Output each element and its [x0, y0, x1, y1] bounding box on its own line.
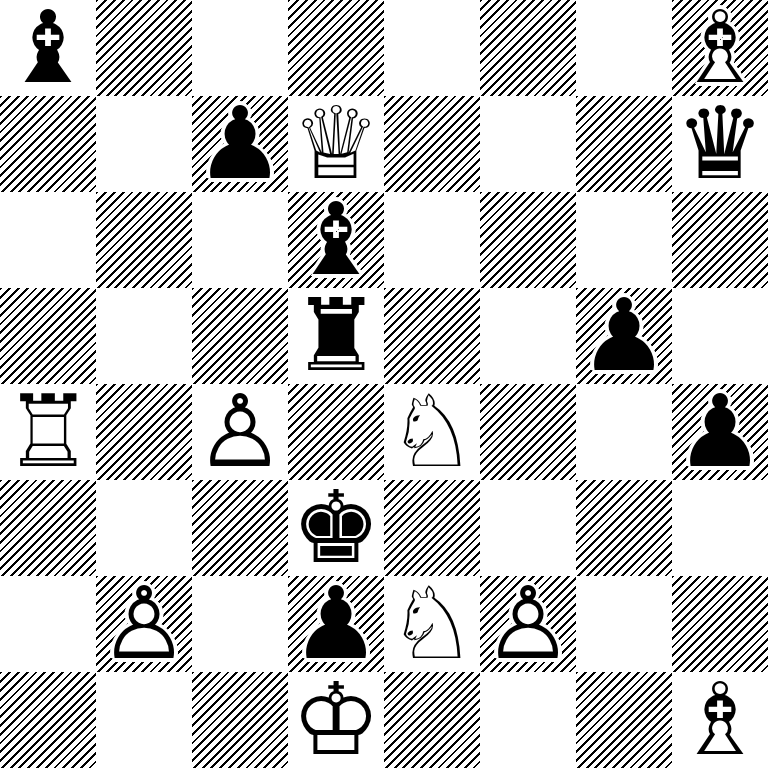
black-pawn-halo: ♟	[576, 288, 672, 384]
square-f6[interactable]	[480, 192, 576, 288]
square-d8[interactable]	[288, 0, 384, 96]
square-d2[interactable]: ♟♟	[288, 576, 384, 672]
black-bishop-halo: ♝	[0, 0, 96, 96]
chess-board: ♝♝♝♗♟♟♛♕♛♛♝♝♜♜♟♟♜♖♟♙♞♘♟♟♚♚♟♙♟♟♞♘♟♙♚♔♝♗	[0, 0, 768, 768]
square-c6[interactable]	[192, 192, 288, 288]
square-g4[interactable]	[576, 384, 672, 480]
square-b2[interactable]: ♟♙	[96, 576, 192, 672]
white-knight-piece: ♘	[384, 384, 480, 480]
black-bishop-piece: ♝	[288, 192, 384, 288]
square-e8[interactable]	[384, 0, 480, 96]
square-g8[interactable]	[576, 0, 672, 96]
square-a5[interactable]	[0, 288, 96, 384]
square-f2[interactable]: ♟♙	[480, 576, 576, 672]
square-d1[interactable]: ♚♔	[288, 672, 384, 768]
black-bishop-piece: ♝	[0, 0, 96, 96]
white-knight-piece: ♘	[384, 576, 480, 672]
square-g2[interactable]	[576, 576, 672, 672]
black-queen-piece: ♛	[672, 96, 768, 192]
white-pawn-piece: ♙	[96, 576, 192, 672]
square-a8[interactable]: ♝♝	[0, 0, 96, 96]
square-b5[interactable]	[96, 288, 192, 384]
square-a2[interactable]	[0, 576, 96, 672]
square-h3[interactable]	[672, 480, 768, 576]
black-pawn-piece: ♟	[288, 576, 384, 672]
square-a1[interactable]	[0, 672, 96, 768]
black-queen-halo: ♛	[672, 96, 768, 192]
black-pawn-piece: ♟	[192, 96, 288, 192]
square-e6[interactable]	[384, 192, 480, 288]
square-d7[interactable]: ♛♕	[288, 96, 384, 192]
black-king-piece: ♚	[288, 480, 384, 576]
square-c2[interactable]	[192, 576, 288, 672]
square-f3[interactable]	[480, 480, 576, 576]
square-h6[interactable]	[672, 192, 768, 288]
white-bishop-halo: ♝	[672, 0, 768, 96]
white-rook-halo: ♜	[0, 384, 96, 480]
square-c7[interactable]: ♟♟	[192, 96, 288, 192]
square-a3[interactable]	[0, 480, 96, 576]
square-g1[interactable]	[576, 672, 672, 768]
black-pawn-halo: ♟	[672, 384, 768, 480]
square-b1[interactable]	[96, 672, 192, 768]
white-king-halo: ♚	[288, 672, 384, 768]
square-g7[interactable]	[576, 96, 672, 192]
square-c1[interactable]	[192, 672, 288, 768]
black-pawn-piece: ♟	[672, 384, 768, 480]
square-b6[interactable]	[96, 192, 192, 288]
square-e1[interactable]	[384, 672, 480, 768]
square-b8[interactable]	[96, 0, 192, 96]
black-pawn-halo: ♟	[192, 96, 288, 192]
square-h1[interactable]: ♝♗	[672, 672, 768, 768]
square-f4[interactable]	[480, 384, 576, 480]
black-king-halo: ♚	[288, 480, 384, 576]
square-e7[interactable]	[384, 96, 480, 192]
square-b7[interactable]	[96, 96, 192, 192]
white-queen-halo: ♛	[288, 96, 384, 192]
black-bishop-halo: ♝	[288, 192, 384, 288]
square-f8[interactable]	[480, 0, 576, 96]
white-pawn-halo: ♟	[96, 576, 192, 672]
white-bishop-halo: ♝	[672, 672, 768, 768]
black-rook-piece: ♜	[288, 288, 384, 384]
white-pawn-halo: ♟	[192, 384, 288, 480]
white-bishop-piece: ♗	[672, 0, 768, 96]
square-d3[interactable]: ♚♚	[288, 480, 384, 576]
square-e2[interactable]: ♞♘	[384, 576, 480, 672]
black-pawn-halo: ♟	[288, 576, 384, 672]
square-e4[interactable]: ♞♘	[384, 384, 480, 480]
square-f5[interactable]	[480, 288, 576, 384]
white-queen-piece: ♕	[288, 96, 384, 192]
white-pawn-piece: ♙	[480, 576, 576, 672]
square-c5[interactable]	[192, 288, 288, 384]
white-pawn-halo: ♟	[480, 576, 576, 672]
square-d4[interactable]	[288, 384, 384, 480]
square-d6[interactable]: ♝♝	[288, 192, 384, 288]
square-h8[interactable]: ♝♗	[672, 0, 768, 96]
square-g3[interactable]	[576, 480, 672, 576]
black-rook-halo: ♜	[288, 288, 384, 384]
square-f7[interactable]	[480, 96, 576, 192]
white-knight-halo: ♞	[384, 384, 480, 480]
square-h5[interactable]	[672, 288, 768, 384]
square-a4[interactable]: ♜♖	[0, 384, 96, 480]
square-a7[interactable]	[0, 96, 96, 192]
square-h7[interactable]: ♛♛	[672, 96, 768, 192]
square-h4[interactable]: ♟♟	[672, 384, 768, 480]
square-a6[interactable]	[0, 192, 96, 288]
square-d5[interactable]: ♜♜	[288, 288, 384, 384]
white-king-piece: ♔	[288, 672, 384, 768]
square-g5[interactable]: ♟♟	[576, 288, 672, 384]
square-e5[interactable]	[384, 288, 480, 384]
square-c4[interactable]: ♟♙	[192, 384, 288, 480]
white-knight-halo: ♞	[384, 576, 480, 672]
square-f1[interactable]	[480, 672, 576, 768]
square-c3[interactable]	[192, 480, 288, 576]
square-b4[interactable]	[96, 384, 192, 480]
white-pawn-piece: ♙	[192, 384, 288, 480]
square-g6[interactable]	[576, 192, 672, 288]
square-e3[interactable]	[384, 480, 480, 576]
square-b3[interactable]	[96, 480, 192, 576]
white-rook-piece: ♖	[0, 384, 96, 480]
black-pawn-piece: ♟	[576, 288, 672, 384]
square-h2[interactable]	[672, 576, 768, 672]
white-bishop-piece: ♗	[672, 672, 768, 768]
square-c8[interactable]	[192, 0, 288, 96]
